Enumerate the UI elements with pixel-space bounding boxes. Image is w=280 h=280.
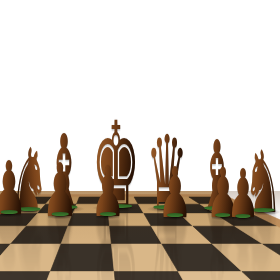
chess-pieces: ♞♝♚♛♝♞♟♟♟♟♟♟ — [0, 0, 280, 280]
felt-base — [100, 212, 116, 216]
pawn-glyph: ♟ — [42, 153, 78, 227]
felt-base — [1, 210, 18, 214]
pawn-glyph: ♟ — [0, 151, 27, 225]
felt-base — [52, 212, 69, 216]
felt-base — [235, 214, 250, 218]
pawn-glyph: ♟ — [91, 157, 126, 227]
chess-product-photo: ♞♝♚♛♝♞♟♟♟♟♟♟ ♞♝♚♛♝♞♟♟♟♟♟♟ — [0, 0, 280, 280]
pawn-glyph: ♟ — [158, 158, 193, 228]
pawn-glyph: ♟ — [226, 161, 259, 228]
felt-base — [167, 213, 183, 217]
